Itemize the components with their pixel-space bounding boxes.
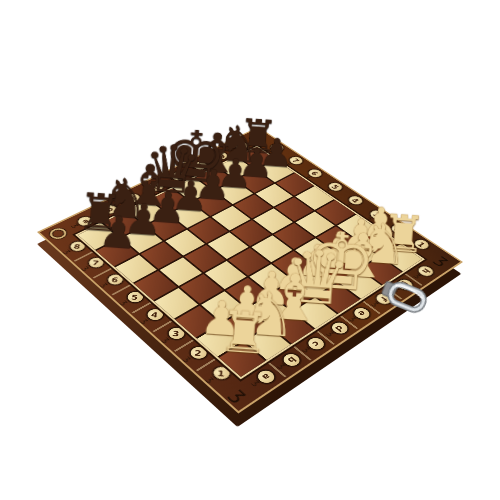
- rank-label-4: 4: [350, 197, 361, 204]
- filigree-ornament-icon: ʒ: [348, 315, 359, 322]
- file-label-c: c: [310, 339, 322, 348]
- rank-label-3: 3: [172, 329, 180, 337]
- rank-label-5: 5: [330, 184, 341, 190]
- scroll-ornament-icon: ʒ: [432, 254, 453, 268]
- file-label-h: h: [419, 267, 431, 275]
- rank-label-1: 1: [217, 368, 225, 377]
- file-label-e: e: [356, 309, 368, 318]
- file-label-medallion: c: [303, 334, 328, 352]
- white-rook-icon: ♜: [217, 303, 271, 363]
- rank-label-5: 5: [131, 293, 139, 301]
- rank-label-8: 8: [74, 243, 82, 250]
- filigree-ornament-icon: ʒ: [119, 299, 130, 306]
- ring-ornament-icon: [46, 226, 69, 241]
- chess-board: ʒaʒbʒcʒdʒeʒfʒgʒh ʒaʒbʒcʒdʒeʒfʒgʒh ʒ8ʒ7ʒ6…: [37, 127, 463, 414]
- scroll-ornament-icon: ʒ: [227, 386, 252, 405]
- rank-label-7: 7: [92, 259, 100, 266]
- rank-label-6: 6: [310, 170, 320, 176]
- rank-label-6: 6: [111, 276, 119, 284]
- playing-area: ♜♞♝♛♚♝♞♜♟♟♟♟♟♟♟♟♟♟♟♟♟♟♟♟♜♞♝♛♚♝♞♜: [78, 147, 422, 377]
- file-label-d: d: [333, 323, 346, 332]
- file-label-medallion: e: [350, 304, 374, 321]
- filigree-ornament-icon: ʒ: [413, 273, 423, 280]
- file-label-a: a: [260, 371, 273, 381]
- black-pawn-icon: ♟: [97, 209, 138, 254]
- piece-white-rook-a1[interactable]: ♜: [225, 342, 260, 377]
- rank-label-2: 2: [194, 349, 202, 358]
- rank-label-4: 4: [151, 311, 159, 319]
- chess-set-product-photo: ʒaʒbʒcʒdʒeʒfʒgʒh ʒaʒbʒcʒdʒeʒfʒgʒh ʒ8ʒ7ʒ6…: [0, 0, 500, 500]
- rank-label-medallion: 6: [305, 167, 326, 179]
- file-label-b: b: [285, 355, 298, 365]
